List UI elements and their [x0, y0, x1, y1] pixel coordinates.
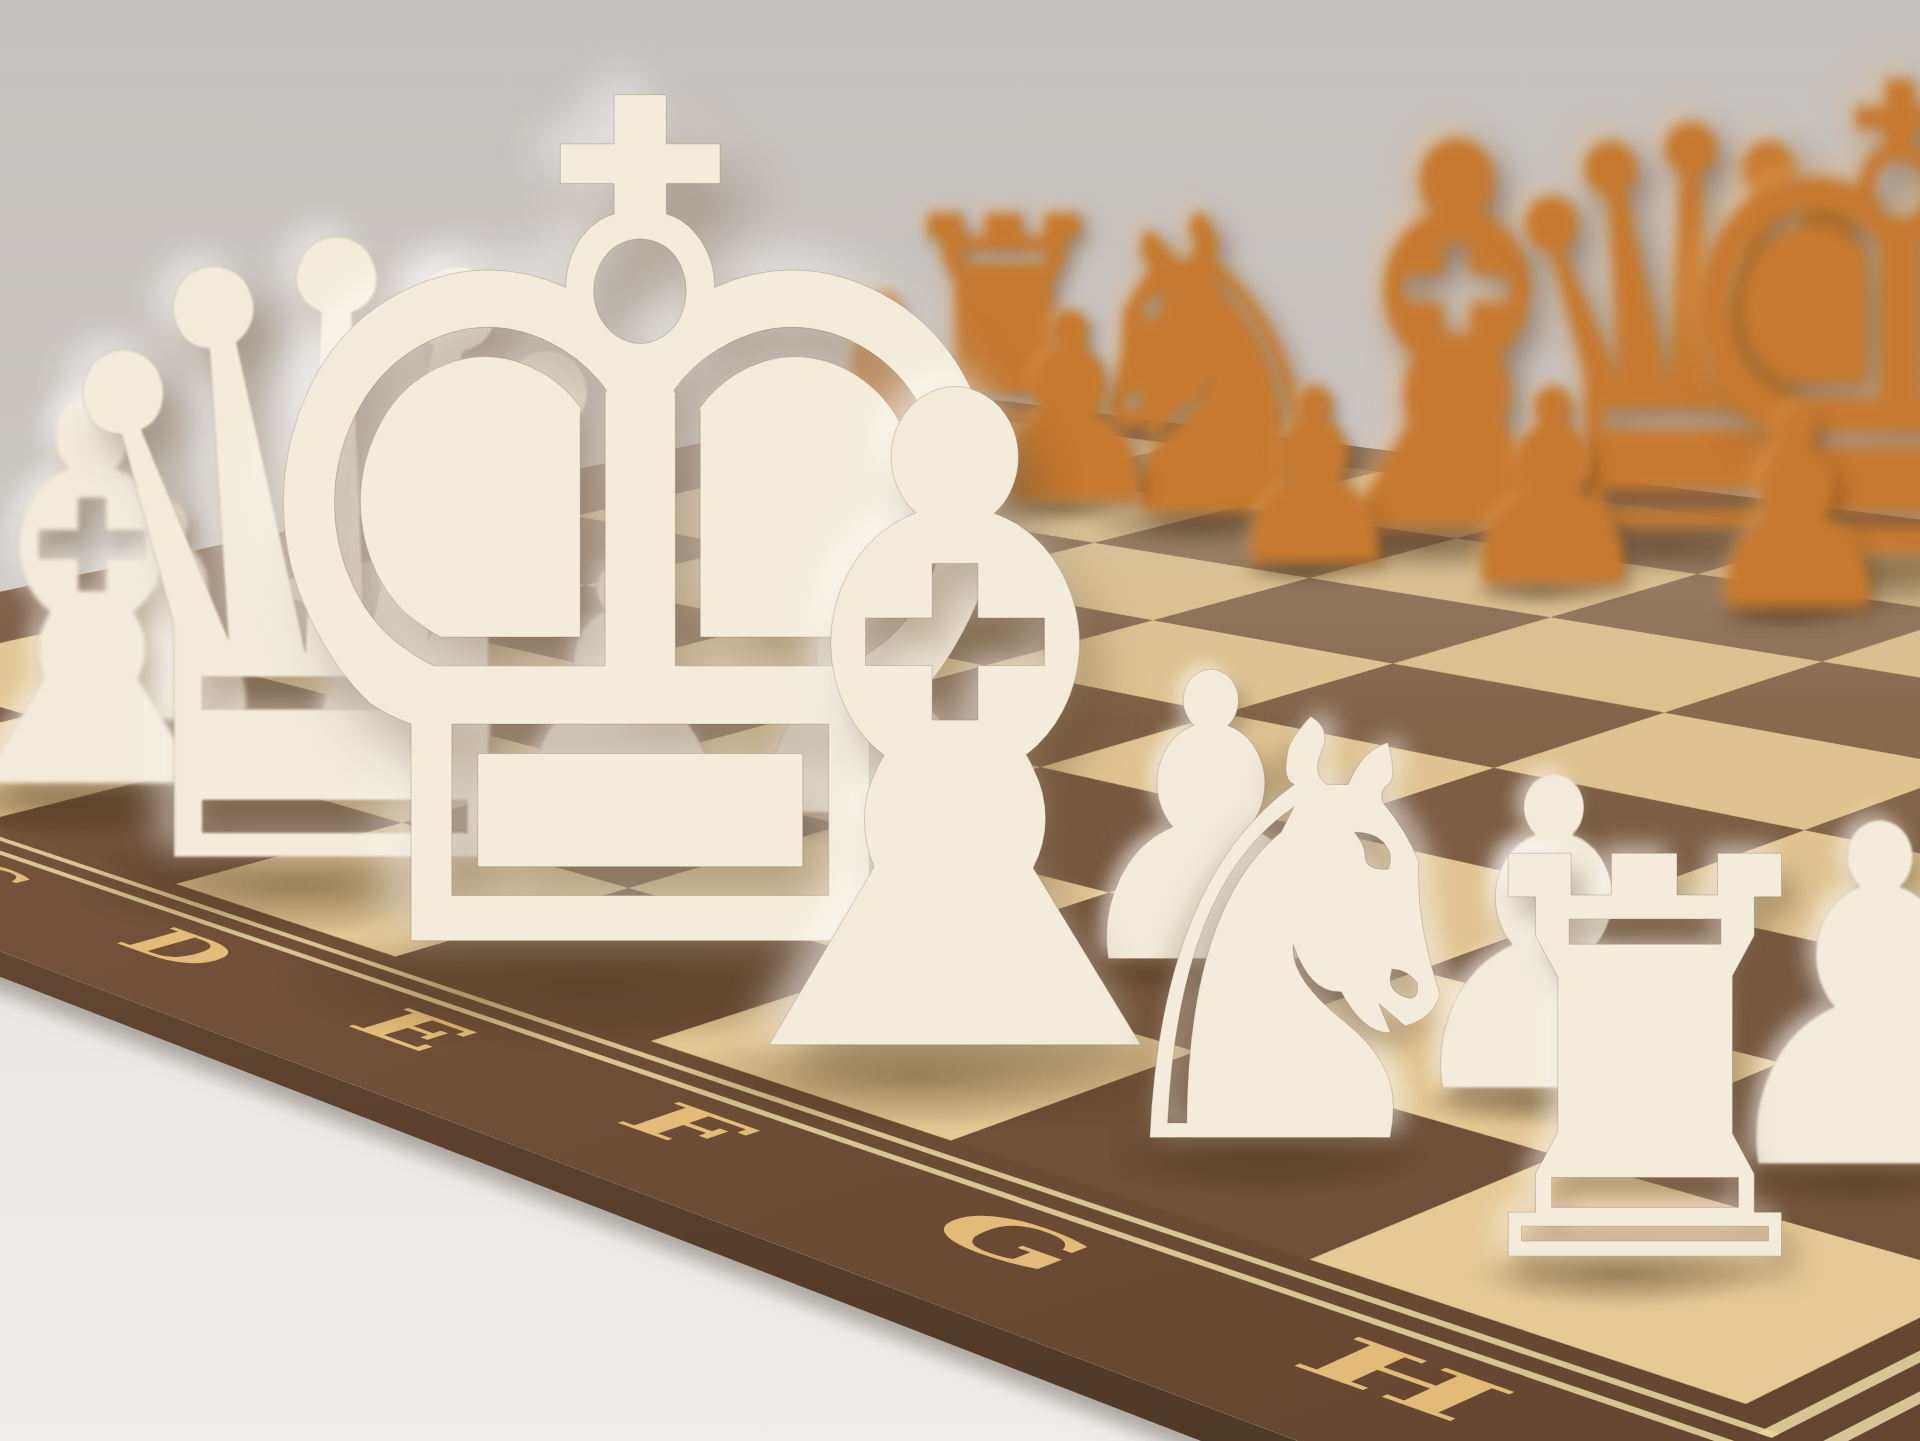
photo-scene: ABCDEFGH ♜♟♞♟♝♟♛♟♚♟♟♟♝♟♛♟♚♟♝♟♞♟♜: [0, 0, 1920, 1441]
chess-board: ABCDEFGH: [0, 0, 1920, 1441]
